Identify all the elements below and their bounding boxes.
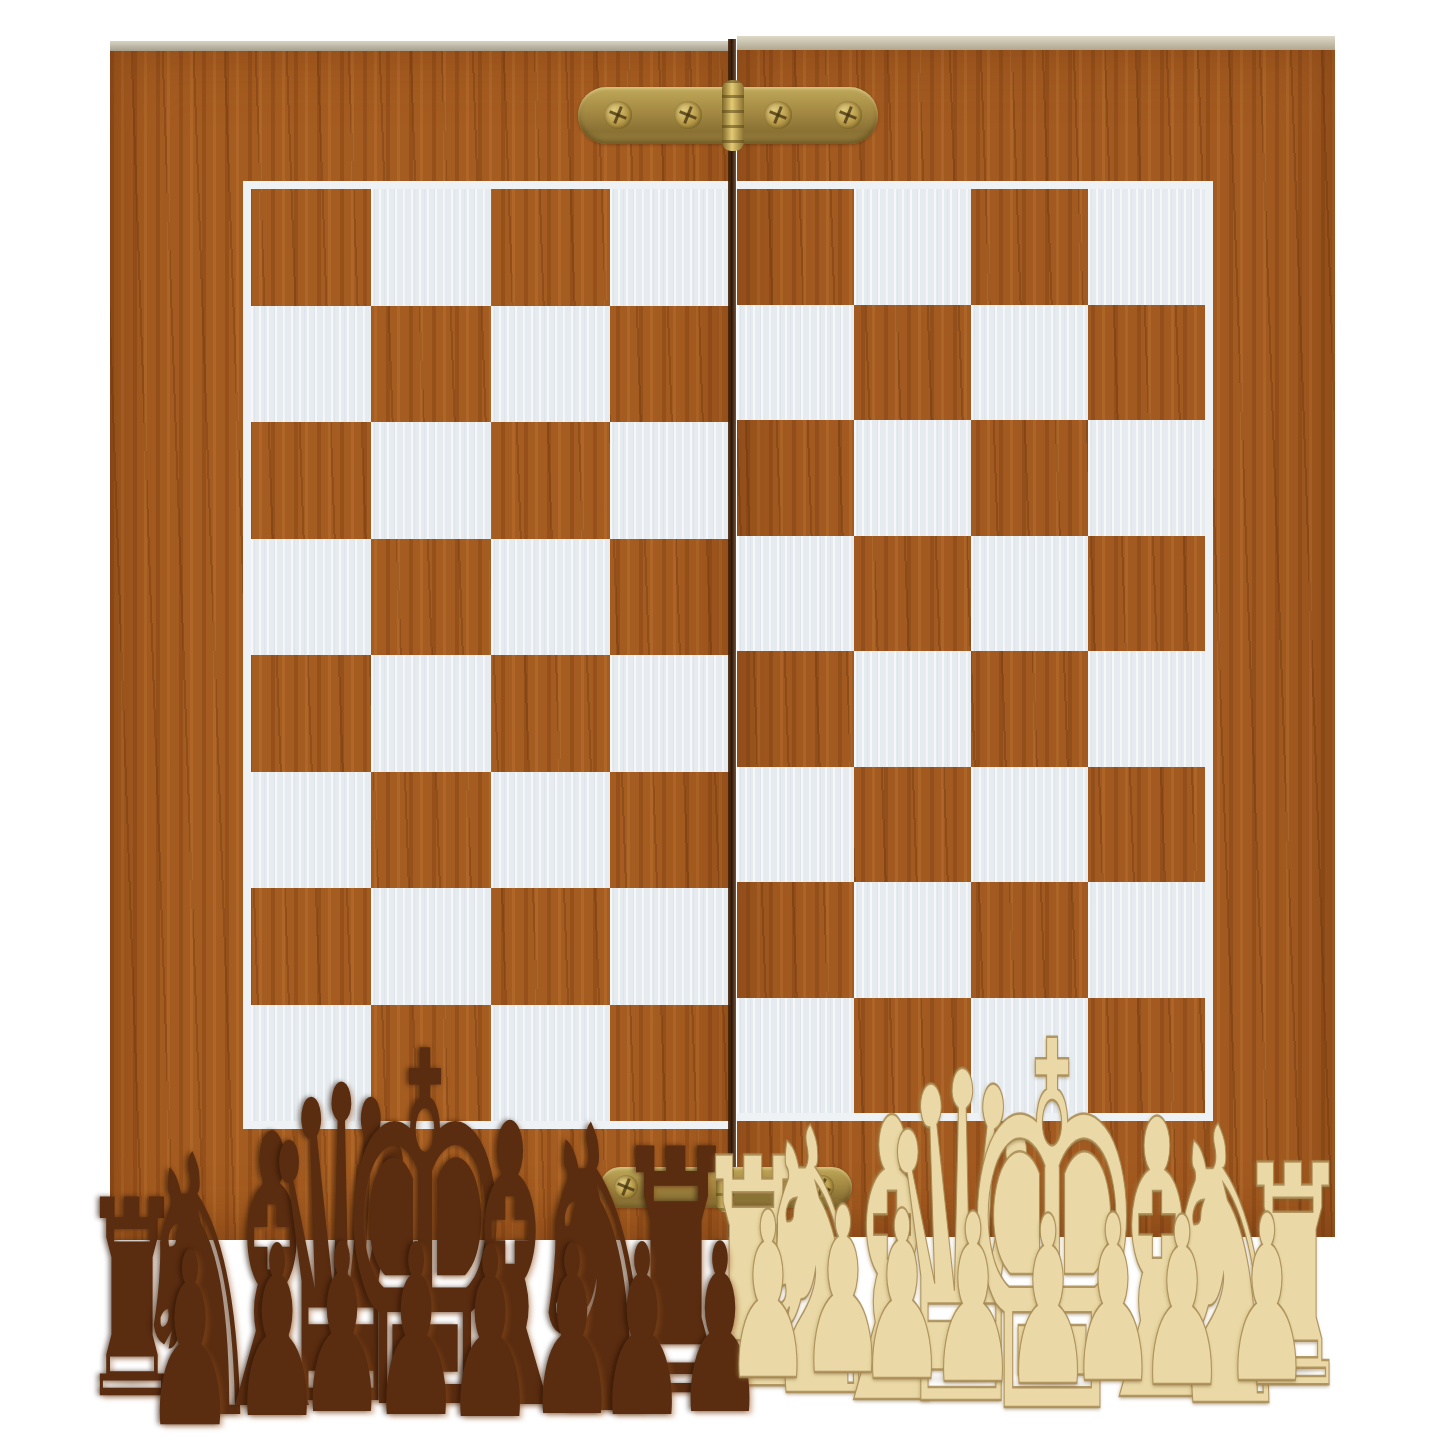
light-pawn: ♟: [1138, 1186, 1226, 1420]
piece-lineup: ♜♞♝♛♚♝♞♜♟♟♟♟♟♟♟♟♜♞♝♛♚♝♞♜♟♟♟♟♟♟♟♟: [0, 0, 1445, 1445]
dark-pawn: ♟: [145, 1221, 235, 1445]
chess-box-product-photo: ♜♞♝♛♚♝♞♜♟♟♟♟♟♟♟♟♜♞♝♛♚♝♞♜♟♟♟♟♟♟♟♟: [0, 0, 1445, 1445]
dark-pawn: ♟: [597, 1214, 686, 1445]
light-pawn: ♟: [725, 1182, 812, 1413]
light-pawn: ♟: [1224, 1185, 1311, 1416]
dark-pawn: ♟: [445, 1216, 534, 1445]
